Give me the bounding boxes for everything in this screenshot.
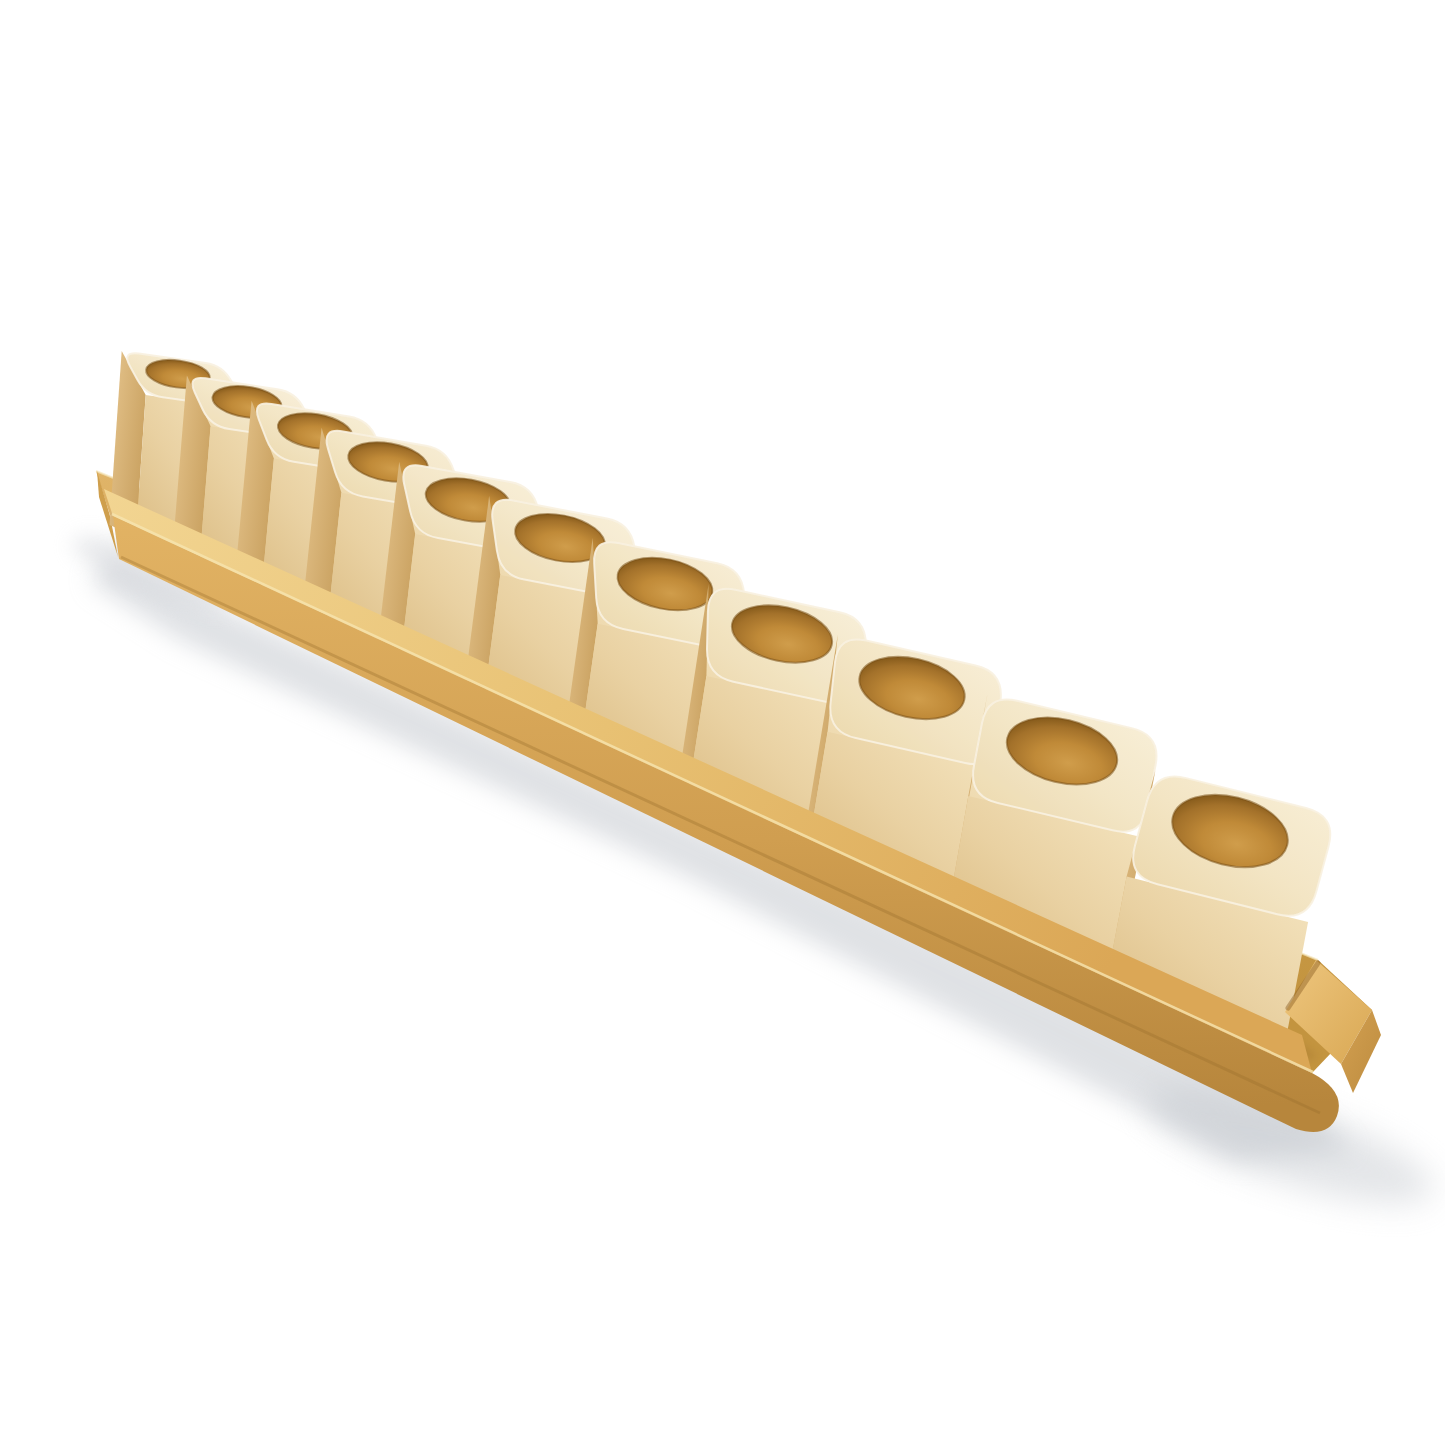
- product-photo: [0, 0, 1445, 1445]
- product-image-canvas: [0, 0, 1445, 1445]
